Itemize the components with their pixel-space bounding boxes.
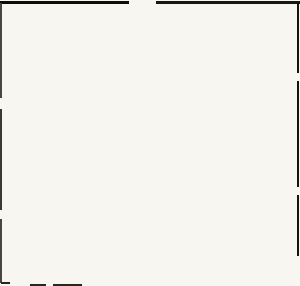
board-left-border bbox=[0, 3, 2, 283]
chess-diagram-scan bbox=[0, 0, 300, 286]
board-right-border bbox=[297, 2, 299, 256]
chess-board[interactable] bbox=[3, 4, 297, 284]
